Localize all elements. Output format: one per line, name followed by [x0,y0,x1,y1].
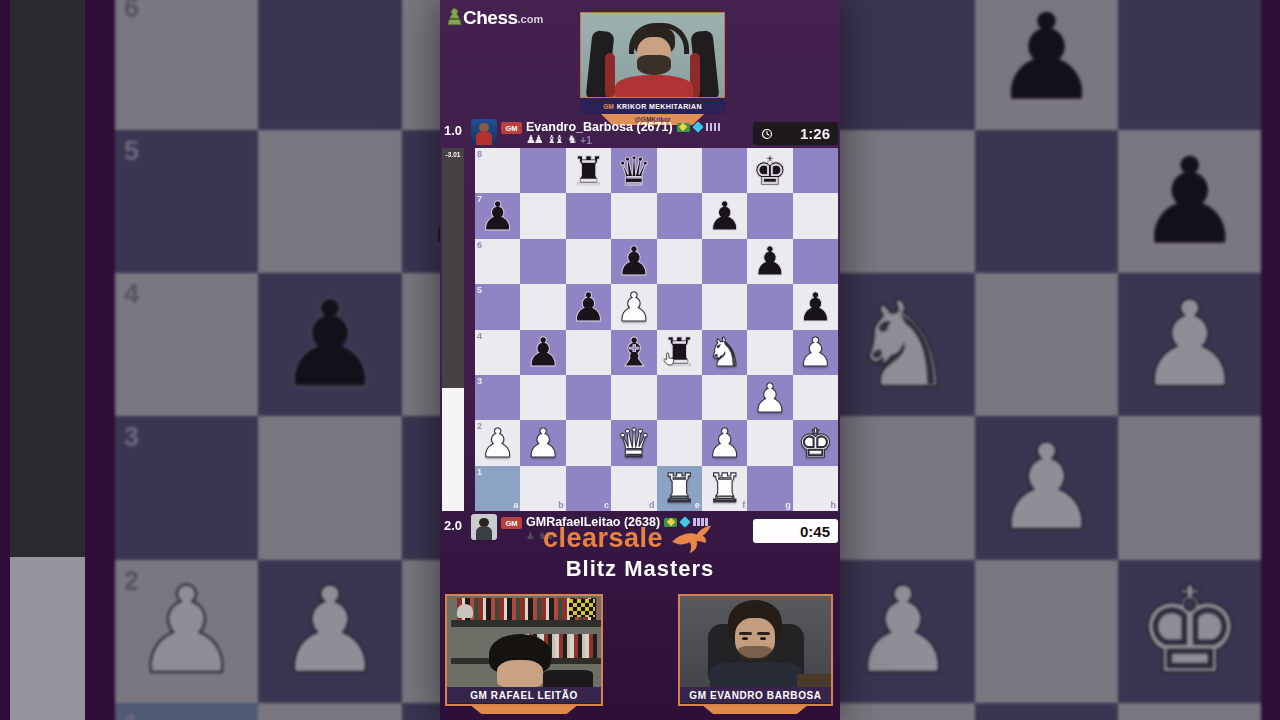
square-b2: ♟ [258,560,401,703]
square-c6[interactable] [566,239,611,284]
webcam-label-right: GM EVANDRO BARBOSA [689,690,821,701]
square-b5[interactable] [520,284,565,329]
square-b2[interactable]: ♟ [520,420,565,465]
stream-center-strip: Chess .com GM KRIKOR MEKHITARIAN @GMKrik… [440,0,840,720]
square-a5[interactable]: 5 [475,284,520,329]
square-h2[interactable]: ♚ [793,420,838,465]
square-f1: ♜ [831,703,974,720]
piece-white-pawn[interactable]: ♟ [475,420,520,465]
rank-coordinate: 3 [477,376,482,386]
square-b3 [258,416,401,559]
square-g1[interactable]: g [747,466,792,511]
eye [760,637,766,640]
chesscom-pawn-icon [446,5,463,29]
file-coordinate: g [785,500,791,510]
player-body [710,662,802,687]
diamond-membership-icon [692,121,703,132]
hand-cursor-icon [661,350,678,367]
square-a3[interactable]: 3 [475,375,520,420]
captured-knight-group: ♞ [567,134,575,146]
piece-white-rook[interactable]: ♜ [702,466,747,511]
stream-frame: 8♜♛♚7♟♟6♟♟5♟♟♟4♟♝♜♞♟3♟2♟♟♛♟♚1♜♜ Chess .c… [0,0,1280,720]
checkered-object [569,599,595,617]
square-g6: ♟ [975,0,1118,130]
square-f7[interactable]: ♟ [702,193,747,238]
webcam-nameplate-left: GM RAFAEL LEITÃO [447,687,601,703]
piece-white-pawn: ♟ [1118,273,1261,416]
square-h5[interactable]: ♟ [793,284,838,329]
clock-top-time: 1:26 [773,125,838,142]
square-f4: ♞ [831,273,974,416]
piece-black-pawn[interactable]: ♟ [611,239,656,284]
square-f4[interactable]: ♞ [702,330,747,375]
square-c5[interactable]: ♟ [566,284,611,329]
webcam-tab-left [468,706,580,714]
piece-black-pawn[interactable]: ♟ [475,193,520,238]
background-eval-bar [10,0,85,720]
square-f6[interactable] [702,239,747,284]
square-b1[interactable]: b [520,466,565,511]
rank-coordinate: 5 [477,285,482,295]
gm-badge-top: GM [501,122,522,134]
match-score-top: 1.0 [444,123,462,138]
captured-pieces-top: ♟♟♝♝♞+1 [526,134,592,146]
logo-tld-text: .com [518,9,544,29]
sponsor-bird-icon [669,520,713,556]
square-g3[interactable]: ♟ [747,375,792,420]
square-g3: ♟ [975,416,1118,559]
rank-coordinate: 3 [124,422,139,453]
player-face [497,660,543,687]
square-b1 [258,703,401,720]
square-a1[interactable]: 1a [475,466,520,511]
square-d7[interactable] [611,193,656,238]
piece-black-pawn: ♟ [1118,130,1261,273]
piece-white-king[interactable]: ♚ [793,420,838,465]
desk [797,674,831,687]
piece-black-rook[interactable]: ♜ [566,148,611,193]
square-d5[interactable]: ♟ [611,284,656,329]
square-a6[interactable]: 6 [475,239,520,284]
rank-coordinate: 1 [124,709,139,720]
square-e1[interactable]: e♜ [657,466,702,511]
webcam-label-left: GM RAFAEL LEITÃO [470,690,578,701]
eye [742,637,748,640]
commentator-title: GM [603,103,613,110]
piece-black-pawn[interactable]: ♟ [747,239,792,284]
square-f3[interactable] [702,375,747,420]
square-g2[interactable] [747,420,792,465]
square-b8[interactable] [520,148,565,193]
square-h8[interactable] [793,148,838,193]
piece-black-pawn: ♟ [975,0,1118,130]
clock-top-player: 1:26 [753,122,838,145]
rank-coordinate: 1 [477,467,482,477]
chess-board[interactable]: 8♜♛♚7♟♟6♟♟5♟♟♟4♟♝♜♞♟3♟2♟♟♛♟♚1abcde♜f♜gh [475,148,838,511]
square-c7[interactable] [566,193,611,238]
square-g2 [975,560,1118,703]
webcam-video-right [680,596,831,687]
square-h2: ♚ [1118,560,1261,703]
square-c1[interactable]: c [566,466,611,511]
file-coordinate: c [604,500,609,510]
square-h3 [1118,416,1261,559]
square-a1: 1 [115,703,258,720]
rank-coordinate: 4 [124,279,139,310]
chair-accent [605,53,615,98]
player-shoulder [543,670,593,687]
piece-white-rook: ♜ [831,703,974,720]
square-b4: ♟ [258,273,401,416]
file-coordinate: d [649,500,655,510]
material-advantage: +1 [580,135,591,146]
square-c3[interactable] [566,375,611,420]
commentator-shirt [615,75,693,98]
piece-black-queen[interactable]: ♛ [611,148,656,193]
square-a6: 6 [115,0,258,130]
square-f2: ♟ [831,560,974,703]
square-b6[interactable] [520,239,565,284]
clock-icon [761,128,773,140]
square-a8[interactable]: 8 [475,148,520,193]
square-e2[interactable] [657,420,702,465]
piece-white-pawn[interactable]: ♟ [793,330,838,375]
file-coordinate: h [831,500,837,510]
player-top-name: Evandro_Barbosa (2671) [526,120,673,134]
square-d8[interactable]: ♛ [611,148,656,193]
rank-coordinate: 4 [477,331,482,341]
square-b4[interactable]: ♟ [520,330,565,375]
square-g7[interactable] [747,193,792,238]
square-g4 [975,273,1118,416]
commentator-beard [637,55,671,75]
square-h1[interactable]: h [793,466,838,511]
file-coordinate: b [558,500,564,510]
avatar-torso [476,131,492,145]
commentator-name: KRIKOR MEKHITARIAN [617,103,702,110]
piece-white-pawn: ♟ [115,560,258,703]
chesscom-logo: Chess .com [446,5,543,29]
piece-black-pawn: ♟ [258,273,401,416]
piece-white-king: ♚ [1118,560,1261,703]
evaluation-bar: -3.01 [442,148,464,511]
webcam-nameplate-right: GM EVANDRO BARBOSA [680,687,831,703]
connection-bars-icon [706,123,721,131]
square-c4[interactable] [566,330,611,375]
piece-white-pawn: ♟ [831,560,974,703]
webcam-tab-right [700,706,810,714]
square-f5[interactable] [702,284,747,329]
square-a7[interactable]: 7♟ [475,193,520,238]
piece-white-rook[interactable]: ♜ [657,466,702,511]
square-g5[interactable] [747,284,792,329]
piece-white-pawn: ♟ [975,416,1118,559]
rank-coordinate: 5 [124,136,139,167]
evaluation-bar-white [442,388,464,511]
square-h3[interactable] [793,375,838,420]
square-f5 [831,130,974,273]
square-d3[interactable] [611,375,656,420]
square-g5 [975,130,1118,273]
square-a4: 4 [115,273,258,416]
captured-pawn-group: ♟♟ [526,134,542,146]
square-b7[interactable] [520,193,565,238]
square-d6[interactable]: ♟ [611,239,656,284]
rank-coordinate: 6 [124,0,139,24]
square-h6 [1118,0,1261,130]
square-f2[interactable]: ♟ [702,420,747,465]
player-beard [738,646,772,660]
square-f3 [831,416,974,559]
square-h4: ♟ [1118,273,1261,416]
square-a4[interactable]: 4 [475,330,520,375]
square-g8[interactable]: ♚ [747,148,792,193]
square-f6 [831,0,974,130]
square-a5: 5 [115,130,258,273]
file-coordinate: a [513,500,518,510]
evaluation-score: -3.01 [442,151,464,158]
square-d2[interactable]: ♛ [611,420,656,465]
square-a2: 2♟ [115,560,258,703]
player-top-name-row: Evandro_Barbosa (2671) [526,120,720,134]
shelf [451,620,601,627]
captured-bishop-group: ♝♝ [547,134,563,146]
square-e7[interactable] [657,193,702,238]
square-a3: 3 [115,416,258,559]
square-e4[interactable]: ♜ [657,330,702,375]
square-h6[interactable] [793,239,838,284]
square-g4[interactable] [747,330,792,375]
square-d4[interactable]: ♝ [611,330,656,375]
square-c2[interactable] [566,420,611,465]
piece-white-pawn[interactable]: ♟ [747,375,792,420]
square-e3[interactable] [657,375,702,420]
trophy [457,604,473,618]
webcam-evandro-barbosa: GM EVANDRO BARBOSA [678,594,833,706]
piece-black-pawn[interactable]: ♟ [566,284,611,329]
eyebrow [739,632,752,635]
square-h5: ♟ [1118,130,1261,273]
eyebrow [757,632,770,635]
rank-coordinate: 6 [477,240,482,250]
brazil-flag-icon [677,123,690,132]
sponsor-name: clearsale [543,523,663,554]
square-c8[interactable]: ♜ [566,148,611,193]
piece-white-pawn[interactable]: ♟ [520,420,565,465]
piece-black-pawn[interactable]: ♟ [702,193,747,238]
piece-white-pawn: ♟ [258,560,401,703]
piece-white-pawn[interactable]: ♟ [611,284,656,329]
square-d1[interactable]: d [611,466,656,511]
square-g1 [975,703,1118,720]
piece-black-pawn[interactable]: ♟ [520,330,565,375]
event-title: Blitz Masters [440,556,840,582]
commentator-webcam [580,12,725,98]
webcam-rafael-leitao: GM RAFAEL LEITÃO [445,594,603,706]
piece-black-pawn[interactable]: ♟ [793,284,838,329]
square-b5 [258,130,401,273]
logo-brand-text: Chess [463,7,518,29]
piece-white-queen[interactable]: ♛ [611,420,656,465]
square-f8[interactable] [702,148,747,193]
square-h7[interactable] [793,193,838,238]
webcam-video-left [447,596,601,687]
square-g6[interactable]: ♟ [747,239,792,284]
piece-white-knight[interactable]: ♞ [702,330,747,375]
square-e6[interactable] [657,239,702,284]
square-f1[interactable]: f♜ [702,466,747,511]
sponsor-banner: clearsale [428,519,828,557]
rank-coordinate: 8 [477,149,482,159]
piece-black-bishop[interactable]: ♝ [611,330,656,375]
piece-black-king[interactable]: ♚ [747,148,792,193]
square-h1 [1118,703,1261,720]
avatar-top-player [471,119,497,145]
square-e8[interactable] [657,148,702,193]
commentator-nameplate: GM KRIKOR MEKHITARIAN [580,98,725,114]
piece-white-knight: ♞ [831,273,974,416]
piece-white-pawn[interactable]: ♟ [702,420,747,465]
square-a2[interactable]: 2♟ [475,420,520,465]
square-h4[interactable]: ♟ [793,330,838,375]
square-e5[interactable] [657,284,702,329]
square-b6 [258,0,401,130]
square-b3[interactable] [520,375,565,420]
